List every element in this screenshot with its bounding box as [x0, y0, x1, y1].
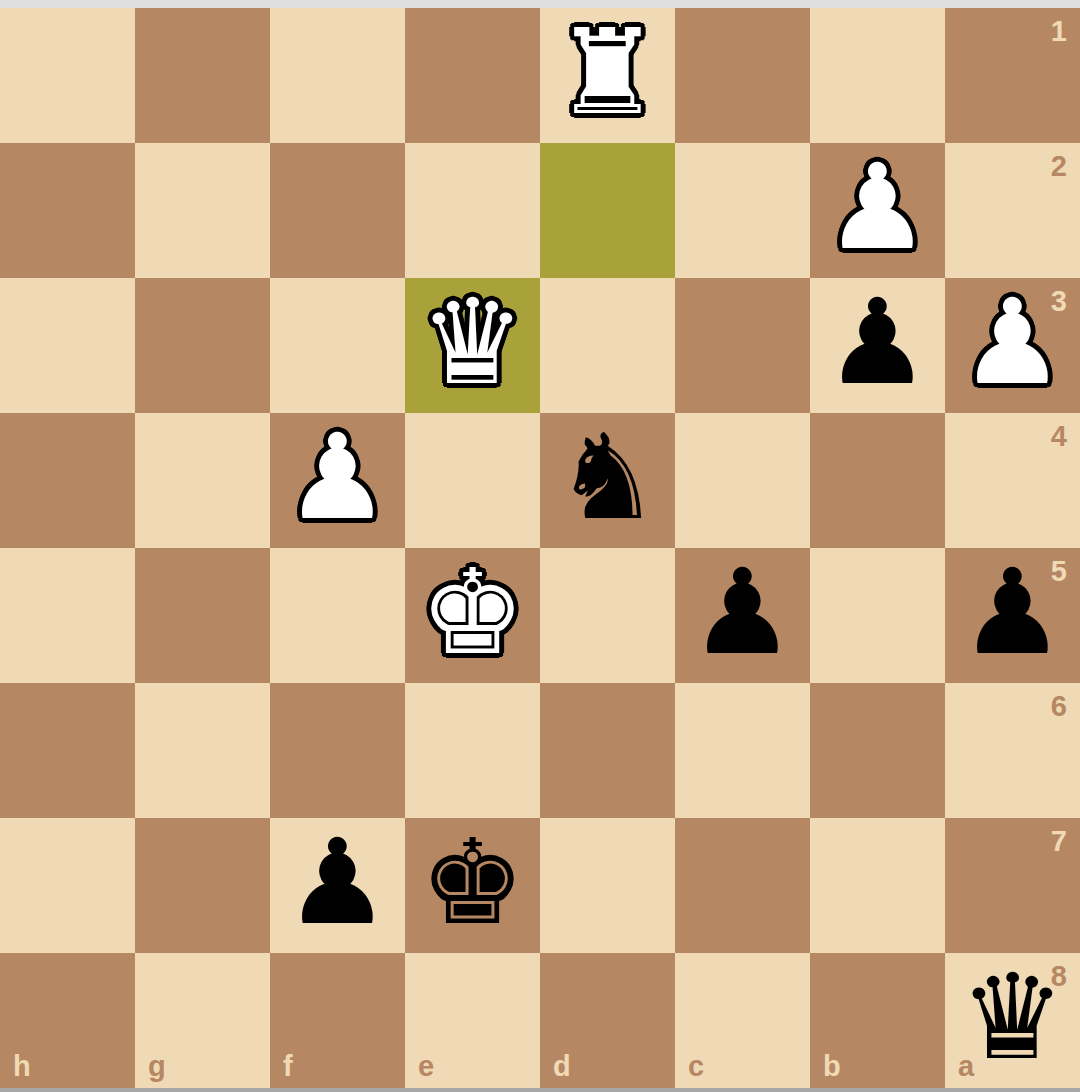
- square-d7[interactable]: [540, 818, 675, 953]
- square-h8[interactable]: h: [0, 953, 135, 1088]
- square-e2[interactable]: [405, 143, 540, 278]
- square-h1[interactable]: [0, 8, 135, 143]
- square-g6[interactable]: [135, 683, 270, 818]
- rank-label-5: 5: [1051, 557, 1067, 586]
- square-c7[interactable]: [675, 818, 810, 953]
- square-d5[interactable]: [540, 548, 675, 683]
- black-pawn-icon[interactable]: ♟: [825, 283, 931, 401]
- square-g3[interactable]: [135, 278, 270, 413]
- square-f4[interactable]: ♟: [270, 413, 405, 548]
- square-h3[interactable]: [0, 278, 135, 413]
- square-h7[interactable]: [0, 818, 135, 953]
- page-bottom-strip: [0, 1088, 1080, 1092]
- black-pawn-icon[interactable]: ♟: [285, 823, 391, 941]
- file-label-a: a: [958, 1052, 974, 1081]
- square-c2[interactable]: [675, 143, 810, 278]
- square-f3[interactable]: [270, 278, 405, 413]
- page-top-strip: [0, 0, 1080, 8]
- black-knight-icon[interactable]: ♞: [555, 418, 661, 536]
- black-pawn-icon[interactable]: ♟: [690, 553, 796, 671]
- square-c3[interactable]: [675, 278, 810, 413]
- square-e6[interactable]: [405, 683, 540, 818]
- square-h2[interactable]: [0, 143, 135, 278]
- square-f8[interactable]: f: [270, 953, 405, 1088]
- black-queen-icon[interactable]: ♛: [960, 958, 1066, 1076]
- file-label-g: g: [148, 1052, 166, 1081]
- square-g1[interactable]: [135, 8, 270, 143]
- square-d2[interactable]: [540, 143, 675, 278]
- rank-label-3: 3: [1051, 287, 1067, 316]
- square-f2[interactable]: [270, 143, 405, 278]
- white-king-icon[interactable]: ♚: [420, 553, 526, 671]
- square-d8[interactable]: d: [540, 953, 675, 1088]
- black-king-icon[interactable]: ♚: [420, 823, 526, 941]
- square-f6[interactable]: [270, 683, 405, 818]
- chess-board: ♜1♟2♛♟♟3♟♞4♚♟♟56♟♚7hgfedcb♛8a: [0, 8, 1080, 1088]
- white-queen-icon[interactable]: ♛: [420, 283, 526, 401]
- square-e1[interactable]: [405, 8, 540, 143]
- square-h5[interactable]: [0, 548, 135, 683]
- square-a1[interactable]: 1: [945, 8, 1080, 143]
- file-label-e: e: [418, 1052, 434, 1081]
- square-c6[interactable]: [675, 683, 810, 818]
- page: ♜1♟2♛♟♟3♟♞4♚♟♟56♟♚7hgfedcb♛8a: [0, 0, 1080, 1092]
- square-e3[interactable]: ♛: [405, 278, 540, 413]
- square-c1[interactable]: [675, 8, 810, 143]
- square-a5[interactable]: ♟5: [945, 548, 1080, 683]
- file-label-f: f: [283, 1052, 293, 1081]
- square-g7[interactable]: [135, 818, 270, 953]
- square-g4[interactable]: [135, 413, 270, 548]
- file-label-h: h: [13, 1052, 31, 1081]
- square-c5[interactable]: ♟: [675, 548, 810, 683]
- square-e8[interactable]: e: [405, 953, 540, 1088]
- square-b1[interactable]: [810, 8, 945, 143]
- square-b2[interactable]: ♟: [810, 143, 945, 278]
- square-f1[interactable]: [270, 8, 405, 143]
- white-pawn-icon[interactable]: ♟: [285, 418, 391, 536]
- white-pawn-icon[interactable]: ♟: [960, 283, 1066, 401]
- square-a2[interactable]: 2: [945, 143, 1080, 278]
- rank-label-7: 7: [1051, 827, 1067, 856]
- square-b5[interactable]: [810, 548, 945, 683]
- square-g2[interactable]: [135, 143, 270, 278]
- square-g8[interactable]: g: [135, 953, 270, 1088]
- square-f7[interactable]: ♟: [270, 818, 405, 953]
- black-pawn-icon[interactable]: ♟: [960, 553, 1066, 671]
- square-e5[interactable]: ♚: [405, 548, 540, 683]
- square-b3[interactable]: ♟: [810, 278, 945, 413]
- square-h6[interactable]: [0, 683, 135, 818]
- square-a8[interactable]: ♛8a: [945, 953, 1080, 1088]
- square-d6[interactable]: [540, 683, 675, 818]
- white-pawn-icon[interactable]: ♟: [825, 148, 931, 266]
- square-h4[interactable]: [0, 413, 135, 548]
- square-f5[interactable]: [270, 548, 405, 683]
- rank-label-8: 8: [1051, 962, 1067, 991]
- rank-label-2: 2: [1051, 152, 1067, 181]
- square-a6[interactable]: 6: [945, 683, 1080, 818]
- square-b7[interactable]: [810, 818, 945, 953]
- square-e4[interactable]: [405, 413, 540, 548]
- square-a7[interactable]: 7: [945, 818, 1080, 953]
- square-d4[interactable]: ♞: [540, 413, 675, 548]
- file-label-b: b: [823, 1052, 841, 1081]
- square-a3[interactable]: ♟3: [945, 278, 1080, 413]
- file-label-d: d: [553, 1052, 571, 1081]
- rank-label-6: 6: [1051, 692, 1067, 721]
- square-b6[interactable]: [810, 683, 945, 818]
- rank-label-1: 1: [1051, 17, 1067, 46]
- file-label-c: c: [688, 1052, 704, 1081]
- white-rook-icon[interactable]: ♜: [555, 13, 661, 131]
- square-a4[interactable]: 4: [945, 413, 1080, 548]
- square-e7[interactable]: ♚: [405, 818, 540, 953]
- square-g5[interactable]: [135, 548, 270, 683]
- square-d3[interactable]: [540, 278, 675, 413]
- square-c8[interactable]: c: [675, 953, 810, 1088]
- square-b8[interactable]: b: [810, 953, 945, 1088]
- square-b4[interactable]: [810, 413, 945, 548]
- rank-label-4: 4: [1051, 422, 1067, 451]
- square-c4[interactable]: [675, 413, 810, 548]
- square-d1[interactable]: ♜: [540, 8, 675, 143]
